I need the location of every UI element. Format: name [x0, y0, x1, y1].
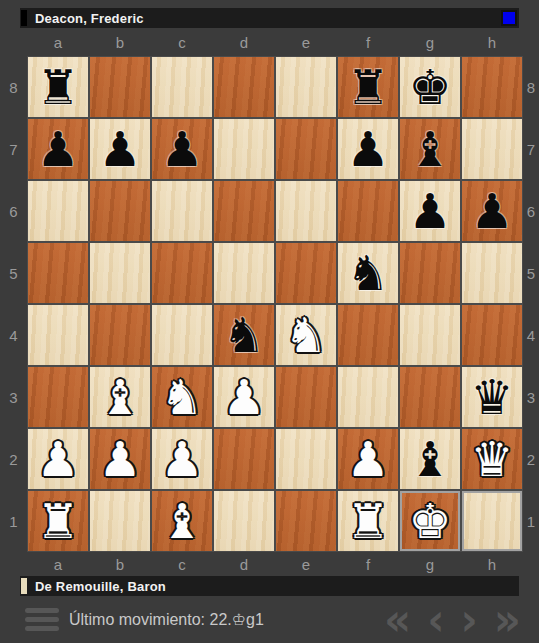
piece-white-king: ♚	[408, 497, 451, 545]
square-h6[interactable]: ♟	[462, 181, 522, 241]
square-g8[interactable]: ♚	[400, 57, 460, 117]
piece-black-pawn: ♟	[470, 187, 513, 235]
rank-label-7: 7	[0, 118, 27, 180]
piece-black-king: ♚	[408, 63, 451, 111]
square-b5[interactable]	[90, 243, 150, 303]
file-label-h: h	[461, 34, 523, 51]
square-f2[interactable]: ♟	[338, 429, 398, 489]
square-b8[interactable]	[90, 57, 150, 117]
square-g5[interactable]	[400, 243, 460, 303]
rank-labels-right: 87654321	[523, 56, 539, 552]
square-e3[interactable]	[276, 367, 336, 427]
piece-white-pawn: ♟	[98, 435, 141, 483]
rank-label-7: 7	[523, 118, 539, 180]
menu-icon-bar	[25, 608, 59, 613]
square-h7[interactable]	[462, 119, 522, 179]
top-player-name: Deacon, Frederic	[35, 11, 144, 26]
piece-black-bishop: ♝	[408, 435, 451, 483]
square-f5[interactable]: ♞	[338, 243, 398, 303]
piece-white-rook: ♜	[36, 497, 79, 545]
piece-black-rook: ♜	[346, 63, 389, 111]
rank-label-2: 2	[523, 428, 539, 490]
piece-white-bishop: ♝	[98, 373, 141, 421]
top-player-bar: Deacon, Frederic	[20, 8, 519, 28]
piece-black-pawn: ♟	[98, 125, 141, 173]
square-a1[interactable]: ♜	[28, 491, 88, 551]
piece-white-knight: ♞	[160, 373, 203, 421]
file-label-d: d	[213, 556, 275, 573]
file-labels-top: abcdefgh	[27, 28, 539, 56]
square-f7[interactable]: ♟	[338, 119, 398, 179]
menu-icon-bar	[25, 626, 59, 631]
rank-label-6: 6	[0, 180, 27, 242]
square-e1[interactable]	[276, 491, 336, 551]
square-e4[interactable]: ♞	[276, 305, 336, 365]
file-label-a: a	[27, 34, 89, 51]
file-label-f: f	[337, 34, 399, 51]
rank-label-4: 4	[0, 304, 27, 366]
square-f8[interactable]: ♜	[338, 57, 398, 117]
piece-black-pawn: ♟	[36, 125, 79, 173]
last-move-button[interactable]: »	[494, 599, 521, 641]
piece-black-bishop: ♝	[408, 125, 451, 173]
square-d8[interactable]	[214, 57, 274, 117]
piece-white-pawn: ♟	[222, 373, 265, 421]
square-f4[interactable]	[338, 305, 398, 365]
square-d3[interactable]: ♟	[214, 367, 274, 427]
piece-black-pawn: ♟	[160, 125, 203, 173]
square-g6[interactable]: ♟	[400, 181, 460, 241]
rank-label-3: 3	[523, 366, 539, 428]
square-c6[interactable]	[152, 181, 212, 241]
square-a6[interactable]	[28, 181, 88, 241]
file-label-d: d	[213, 34, 275, 51]
square-e5[interactable]	[276, 243, 336, 303]
square-a5[interactable]	[28, 243, 88, 303]
rank-label-8: 8	[523, 56, 539, 118]
piece-black-pawn: ♟	[408, 187, 451, 235]
square-f3[interactable]	[338, 367, 398, 427]
rank-label-2: 2	[0, 428, 27, 490]
square-h5[interactable]	[462, 243, 522, 303]
move-navigation: « ‹ › »	[384, 600, 521, 640]
square-e7[interactable]	[276, 119, 336, 179]
square-b2[interactable]: ♟	[90, 429, 150, 489]
square-c8[interactable]	[152, 57, 212, 117]
black-color-chip	[21, 10, 27, 26]
piece-white-rook: ♜	[346, 497, 389, 545]
previous-move-button[interactable]: ‹	[427, 599, 444, 641]
square-h1[interactable]	[462, 491, 522, 551]
square-d7[interactable]	[214, 119, 274, 179]
controls-bar: Último movimiento: 22.♔g1 « ‹ › »	[0, 596, 539, 643]
square-b4[interactable]	[90, 305, 150, 365]
square-c1[interactable]: ♝	[152, 491, 212, 551]
piece-black-pawn: ♟	[346, 125, 389, 173]
square-g7[interactable]: ♝	[400, 119, 460, 179]
square-b6[interactable]	[90, 181, 150, 241]
square-h4[interactable]	[462, 305, 522, 365]
move-turn-indicator	[501, 10, 517, 26]
piece-black-knight: ♞	[346, 249, 389, 297]
piece-white-pawn: ♟	[160, 435, 203, 483]
piece-black-rook: ♜	[36, 63, 79, 111]
file-label-f: f	[337, 556, 399, 573]
file-labels-bottom: abcdefgh	[27, 552, 539, 576]
piece-white-pawn: ♟	[36, 435, 79, 483]
rank-label-1: 1	[523, 490, 539, 552]
square-f6[interactable]	[338, 181, 398, 241]
rank-labels-left: 87654321	[0, 56, 27, 552]
piece-white-knight: ♞	[284, 311, 327, 359]
last-move-text: Último movimiento: 22.♔g1	[69, 610, 264, 629]
square-a4[interactable]	[28, 305, 88, 365]
menu-icon[interactable]	[25, 608, 59, 631]
square-a8[interactable]: ♜	[28, 57, 88, 117]
file-label-g: g	[399, 34, 461, 51]
square-b7[interactable]: ♟	[90, 119, 150, 179]
rank-label-5: 5	[523, 242, 539, 304]
file-label-e: e	[275, 556, 337, 573]
rank-label-8: 8	[0, 56, 27, 118]
file-label-e: e	[275, 34, 337, 51]
square-g2[interactable]: ♝	[400, 429, 460, 489]
square-h3[interactable]: ♛	[462, 367, 522, 427]
square-e2[interactable]	[276, 429, 336, 489]
square-d6[interactable]	[214, 181, 274, 241]
board-strip: 87654321 ♜♜♚♟♟♟♟♝♟♟♞♞♞♝♞♟♛♟♟♟♟♝♛♜♝♜♚ 876…	[0, 56, 539, 552]
rank-label-4: 4	[523, 304, 539, 366]
square-e8[interactable]	[276, 57, 336, 117]
square-d4[interactable]: ♞	[214, 305, 274, 365]
square-g3[interactable]	[400, 367, 460, 427]
piece-white-pawn: ♟	[346, 435, 389, 483]
square-d5[interactable]	[214, 243, 274, 303]
square-a2[interactable]: ♟	[28, 429, 88, 489]
square-d2[interactable]	[214, 429, 274, 489]
square-c2[interactable]: ♟	[152, 429, 212, 489]
rank-label-5: 5	[0, 242, 27, 304]
rank-label-1: 1	[0, 490, 27, 552]
piece-white-bishop: ♝	[160, 497, 203, 545]
piece-black-queen: ♛	[470, 373, 513, 421]
square-c5[interactable]	[152, 243, 212, 303]
square-h2[interactable]: ♛	[462, 429, 522, 489]
file-label-h: h	[461, 556, 523, 573]
piece-white-queen: ♛	[470, 435, 513, 483]
square-b1[interactable]	[90, 491, 150, 551]
file-label-b: b	[89, 34, 151, 51]
square-d1[interactable]	[214, 491, 274, 551]
square-g1[interactable]: ♚	[400, 491, 460, 551]
bottom-player-name: De Remouille, Baron	[35, 579, 166, 594]
square-g4[interactable]	[400, 305, 460, 365]
file-label-c: c	[151, 556, 213, 573]
file-label-a: a	[27, 556, 89, 573]
square-h8[interactable]	[462, 57, 522, 117]
square-b3[interactable]: ♝	[90, 367, 150, 427]
file-label-c: c	[151, 34, 213, 51]
piece-black-knight: ♞	[222, 311, 265, 359]
square-c3[interactable]: ♞	[152, 367, 212, 427]
square-c7[interactable]: ♟	[152, 119, 212, 179]
file-label-g: g	[399, 556, 461, 573]
square-c4[interactable]	[152, 305, 212, 365]
square-f1[interactable]: ♜	[338, 491, 398, 551]
chess-board: ♜♜♚♟♟♟♟♝♟♟♞♞♞♝♞♟♛♟♟♟♟♝♛♜♝♜♚	[27, 56, 523, 552]
white-color-chip	[21, 578, 27, 594]
rank-label-3: 3	[0, 366, 27, 428]
square-a7[interactable]: ♟	[28, 119, 88, 179]
square-a3[interactable]	[28, 367, 88, 427]
next-move-button[interactable]: ›	[461, 599, 478, 641]
file-label-b: b	[89, 556, 151, 573]
menu-icon-bar	[25, 617, 59, 622]
rank-label-6: 6	[523, 180, 539, 242]
square-e6[interactable]	[276, 181, 336, 241]
first-move-button[interactable]: «	[384, 599, 411, 641]
